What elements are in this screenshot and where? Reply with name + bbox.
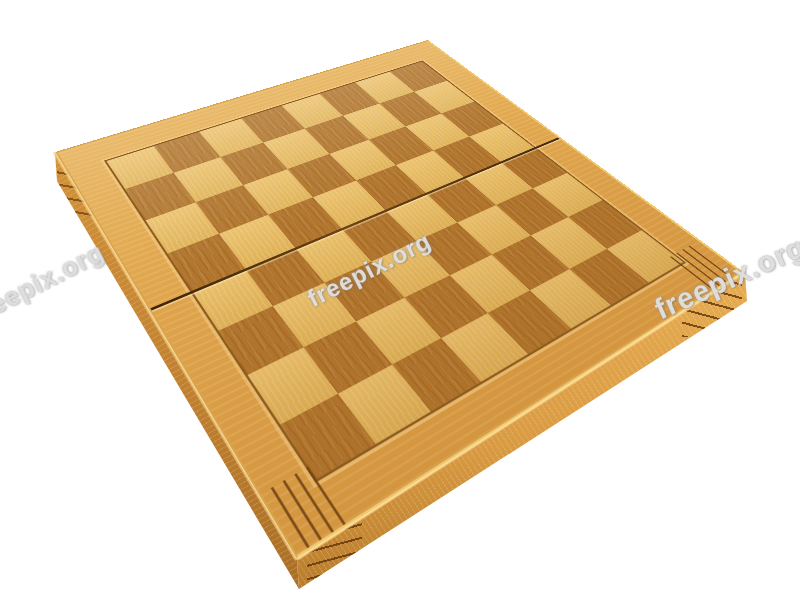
photo-canvas: freepix.org freepix.org freepix.org: [0, 0, 800, 600]
watermark-left: freepix.org: [0, 237, 110, 331]
chessboard: [55, 40, 745, 560]
